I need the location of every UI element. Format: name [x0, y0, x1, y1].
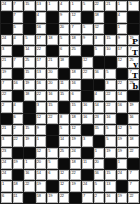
cell-number: 3 — [2, 46, 4, 51]
cell-r17c8[interactable]: 24 — [82, 181, 93, 191]
cell-number: 7 — [71, 24, 73, 29]
cell-r4c1[interactable]: 24 — [1, 35, 12, 45]
cell-r15c7[interactable]: 18 — [70, 159, 81, 169]
cell-r16c3[interactable]: 16 — [24, 170, 35, 180]
cell-number: 8 — [60, 114, 62, 119]
cell-number: 6 — [14, 114, 16, 119]
cell-r5c10[interactable]: 10 — [105, 46, 116, 56]
given-letter: T — [132, 70, 138, 79]
black-cell-r9c8 — [82, 91, 93, 101]
cell-r1c8[interactable]: 5 — [82, 1, 93, 11]
cell-r14c9[interactable]: 1 — [94, 148, 105, 158]
cell-r9c6[interactable]: 15 — [59, 91, 70, 101]
cell-number: 21 — [2, 125, 6, 130]
cell-r13c8[interactable]: 3 — [82, 136, 93, 146]
cell-number: 25 — [25, 57, 29, 62]
cell-r9c3[interactable]: 18 — [24, 91, 35, 101]
black-cell-r14c8 — [82, 148, 93, 158]
cell-number: 5 — [25, 35, 27, 40]
cell-r11c12[interactable]: 16 — [128, 114, 139, 124]
black-cell-r18c3 — [24, 193, 35, 203]
black-cell-r11c1 — [1, 114, 12, 124]
cell-r3c8[interactable]: 5 — [82, 24, 93, 34]
black-cell-r14c2 — [13, 148, 24, 158]
cell-r9c5[interactable]: 16 — [47, 91, 58, 101]
cell-r1c6[interactable]: 4 — [59, 1, 70, 11]
cell-r10c11[interactable]: 16 — [117, 102, 128, 112]
cell-r10c5[interactable]: 15 — [47, 102, 58, 112]
cell-number: 23 — [2, 148, 6, 153]
cell-number: 19 — [118, 148, 122, 153]
cell-number: 3 — [2, 136, 4, 141]
cell-number: 16 — [83, 102, 87, 107]
cell-r4c5[interactable]: 18 — [47, 35, 58, 45]
cell-r11c7[interactable]: 18 — [70, 114, 81, 124]
cell-number: 13 — [37, 1, 41, 6]
cell-r17c7[interactable]: 19 — [70, 181, 81, 191]
cell-r18c5[interactable]: 19 — [47, 193, 58, 203]
cell-number: 7 — [129, 181, 131, 186]
cell-r4c2[interactable]: 4 — [13, 35, 24, 45]
cell-number: 15 — [25, 125, 29, 130]
black-cell-r13c9 — [94, 136, 105, 146]
cell-r8c10[interactable]: 3 — [105, 80, 116, 90]
cell-r2c7[interactable]: 12 — [70, 12, 81, 22]
cell-number: 6 — [48, 170, 50, 175]
cell-number: 18 — [14, 181, 18, 186]
cell-number: 9 — [60, 12, 62, 17]
cell-r18c4[interactable]: 18 — [36, 193, 47, 203]
cell-r5c11[interactable]: 17 — [117, 46, 128, 56]
cell-r16c6[interactable]: 12 — [59, 170, 70, 180]
cell-r12c6[interactable]: 5 — [59, 125, 70, 135]
cell-r17c3[interactable]: 22 — [24, 181, 35, 191]
cell-number: 14 — [95, 102, 99, 107]
cell-r13c2[interactable]: 22 — [13, 136, 24, 146]
black-cell-r8c9 — [94, 80, 105, 90]
cell-number: 5 — [48, 148, 50, 153]
cell-number: 12 — [37, 148, 41, 153]
cell-number: 15 — [71, 102, 75, 107]
cell-number: 16 — [118, 102, 122, 107]
cell-number: 22 — [71, 170, 75, 175]
black-cell-r5c8 — [82, 46, 93, 56]
cell-r6c6[interactable]: 18 — [59, 57, 70, 67]
cell-r7c8[interactable]: 22 — [82, 69, 93, 79]
cell-r11c4[interactable]: 12 — [36, 114, 47, 124]
cell-r6c2[interactable]: 7 — [13, 57, 24, 67]
cell-r8c2[interactable]: 16 — [13, 80, 24, 90]
cell-r11c2[interactable]: 6 — [13, 114, 24, 124]
cell-number: 14 — [25, 46, 29, 51]
cell-r18c2[interactable]: 11 — [13, 193, 24, 203]
cell-number: 1 — [37, 136, 39, 141]
cell-r7c10[interactable]: 5 — [105, 69, 116, 79]
cell-r5c9[interactable]: 5 — [94, 46, 105, 56]
cell-number: 11 — [83, 159, 87, 164]
cell-r4c8[interactable]: 9 — [82, 35, 93, 45]
cell-r3c6[interactable]: 20 — [59, 24, 70, 34]
cell-r13c7[interactable]: 19 — [70, 136, 81, 146]
cell-r8c12[interactable]: 23b — [128, 80, 139, 90]
cell-r16c7[interactable]: 22 — [70, 170, 81, 180]
cell-number: 25 — [71, 46, 75, 51]
cell-r12c11[interactable]: 12 — [117, 125, 128, 135]
cell-r11c9[interactable]: 23 — [94, 114, 105, 124]
cell-r1c12[interactable]: 5 — [128, 1, 139, 11]
black-cell-r3c12 — [128, 24, 139, 34]
cell-number: 1 — [95, 148, 97, 153]
cell-number: 4 — [95, 91, 97, 96]
cell-number: 13 — [37, 69, 41, 74]
cell-r16c4[interactable]: 14 — [36, 170, 47, 180]
cell-number: 3 — [95, 35, 97, 40]
cell-number: 4 — [60, 1, 62, 6]
cell-r1c7[interactable]: 1 — [70, 1, 81, 11]
cell-r7c9[interactable]: 16 — [94, 69, 105, 79]
black-cell-r15c10 — [105, 159, 116, 169]
cell-number: 1 — [118, 159, 120, 164]
black-cell-r9c2 — [13, 91, 24, 101]
cell-r10c7[interactable]: 15 — [70, 102, 81, 112]
cell-r11c5[interactable]: 22 — [47, 114, 58, 124]
cell-r2c6[interactable]: 9 — [59, 12, 70, 22]
cell-r12c1[interactable]: 21 — [1, 125, 12, 135]
cell-r1c10[interactable]: 21 — [105, 1, 116, 11]
cell-r17c2[interactable]: 18 — [13, 181, 24, 191]
cell-r11c10[interactable]: 16 — [105, 114, 116, 124]
cell-number: 24 — [2, 35, 6, 40]
cell-number: 5 — [48, 159, 50, 164]
cell-number: 12 — [95, 24, 99, 29]
cell-r12c3[interactable]: 15 — [24, 125, 35, 135]
black-cell-r15c12 — [128, 159, 139, 169]
cell-number: 15 — [95, 125, 99, 130]
cell-r14c4[interactable]: 12 — [36, 148, 47, 158]
cell-r8c5[interactable]: 20 — [47, 80, 58, 90]
cell-r17c12[interactable]: 7 — [128, 181, 139, 191]
cell-r4c6[interactable]: 5 — [59, 35, 70, 45]
black-cell-r7c11 — [117, 69, 128, 79]
cell-r10c4[interactable]: 3 — [36, 102, 47, 112]
cell-number: 22 — [118, 80, 122, 85]
cell-number: 7 — [2, 80, 4, 85]
cell-number: 5 — [95, 46, 97, 51]
cell-number: 16 — [48, 91, 52, 96]
cell-r14c12[interactable]: 22 — [128, 148, 139, 158]
cell-number: 23 — [95, 114, 99, 119]
cell-r5c3[interactable]: 14 — [24, 46, 35, 56]
cell-number: 20 — [48, 80, 52, 85]
cell-r18c1[interactable]: 6 — [1, 193, 12, 203]
cell-r3c4[interactable]: 16 — [36, 24, 47, 34]
cell-number: 12 — [37, 114, 41, 119]
cell-r15c5[interactable]: 5 — [47, 159, 58, 169]
cell-r16c10[interactable]: 15 — [105, 170, 116, 180]
cell-r11c8[interactable]: 16 — [82, 114, 93, 124]
cell-r6c1[interactable]: 21 — [1, 57, 12, 67]
cell-r12c10[interactable]: 5 — [105, 125, 116, 135]
cell-r11c6[interactable]: 8 — [59, 114, 70, 124]
cell-r1c3[interactable]: 15 — [24, 1, 35, 11]
cell-number: 18 — [71, 35, 75, 40]
cell-r3c9[interactable]: 12 — [94, 24, 105, 34]
cell-number: 1 — [118, 1, 120, 6]
cell-r9c11[interactable]: 14 — [117, 91, 128, 101]
cell-r15c1[interactable]: 24 — [1, 159, 12, 169]
cell-r2c2[interactable]: 7 — [13, 12, 24, 22]
black-cell-r10c6 — [59, 102, 70, 112]
cell-r8c7[interactable]: 16 — [70, 80, 81, 90]
cell-number: 16 — [106, 114, 110, 119]
cell-r18c10[interactable]: 16 — [105, 193, 116, 203]
cell-number: 2 — [95, 193, 97, 198]
cell-number: 3 — [106, 80, 108, 85]
cell-r4c12[interactable]: 19P — [128, 35, 139, 45]
cell-number: 5 — [106, 136, 108, 141]
cell-r1c1[interactable]: 24 — [1, 1, 12, 11]
cell-r15c2[interactable]: 19 — [13, 159, 24, 169]
black-cell-r3c3 — [24, 24, 35, 34]
cell-r14c1[interactable]: 23 — [1, 148, 12, 158]
cell-r14c5[interactable]: 5 — [47, 148, 58, 158]
cell-r9c7[interactable]: 6 — [70, 91, 81, 101]
cell-r14c6[interactable]: 25 — [59, 148, 70, 158]
cell-number: 19 — [118, 193, 122, 198]
cell-number: 9 — [37, 125, 39, 130]
cell-number: 14 — [118, 91, 122, 96]
cell-r14c10[interactable]: 19 — [105, 148, 116, 158]
cell-r9c9[interactable]: 4 — [94, 91, 105, 101]
cell-r10c10[interactable]: 22 — [105, 102, 116, 112]
cell-number: 15 — [25, 69, 29, 74]
cell-r15c4[interactable]: 20 — [36, 159, 47, 169]
cell-r2c4[interactable]: 4 — [36, 12, 47, 22]
cell-r12c12[interactable]: 5 — [128, 125, 139, 135]
cell-r13c4[interactable]: 1 — [36, 136, 47, 146]
cell-number: 19 — [106, 148, 110, 153]
cell-number: 12 — [118, 125, 122, 130]
cell-r7c12[interactable]: 7T — [128, 69, 139, 79]
cell-r9c10[interactable]: 22 — [105, 91, 116, 101]
cell-r3c11[interactable]: 1 — [117, 24, 128, 34]
cell-r6c8[interactable]: 12 — [82, 57, 93, 67]
black-cell-r2c1 — [1, 12, 12, 22]
cell-r13c6[interactable]: 14 — [59, 136, 70, 146]
cell-r14c11[interactable]: 19 — [117, 148, 128, 158]
cell-number: 17 — [37, 35, 41, 40]
cell-number: 22 — [95, 1, 99, 6]
cell-number: 1 — [71, 1, 73, 6]
black-cell-r6c9 — [94, 57, 105, 67]
cell-r13c12[interactable]: 18 — [128, 136, 139, 146]
cell-number: 19 — [71, 181, 75, 186]
cell-r17c9[interactable]: 5 — [94, 181, 105, 191]
cell-r2c9[interactable]: 18 — [94, 12, 105, 22]
cell-number: 2 — [14, 125, 16, 130]
cell-r7c3[interactable]: 15 — [24, 69, 35, 79]
cell-r9c1[interactable]: 22 — [1, 91, 12, 101]
cell-number: 12 — [118, 57, 122, 62]
cell-r17c1[interactable]: 1 — [1, 181, 12, 191]
cell-r16c11[interactable]: 24 — [117, 170, 128, 180]
cell-r7c5[interactable]: 20 — [47, 69, 58, 79]
black-cell-r2c5 — [47, 12, 58, 22]
cell-number: 22 — [106, 102, 110, 107]
cell-r10c2[interactable]: 4 — [13, 102, 24, 112]
cell-r15c3[interactable]: 1 — [24, 159, 35, 169]
cell-r9c4[interactable]: 22 — [36, 91, 47, 101]
cell-r13c10[interactable]: 5 — [105, 136, 116, 146]
cell-number: 5 — [14, 24, 16, 29]
cell-r18c11[interactable]: 19 — [117, 193, 128, 203]
cell-r5c6[interactable]: 6 — [59, 46, 70, 56]
cell-r12c7[interactable]: 12 — [70, 125, 81, 135]
cell-number: 22 — [2, 91, 6, 96]
cell-r18c12[interactable]: 22 — [128, 193, 139, 203]
cell-r10c9[interactable]: 14 — [94, 102, 105, 112]
codeword-puzzle: 2471513141522211574912184516207512124451… — [0, 0, 140, 204]
given-letter: P — [132, 36, 138, 45]
black-cell-r14c3 — [24, 148, 35, 158]
cell-number: 5 — [106, 69, 108, 74]
cell-number: 24 — [2, 1, 6, 6]
cell-r17c4[interactable]: 19 — [36, 181, 47, 191]
cell-number: 16 — [71, 80, 75, 85]
cell-number: 7 — [14, 57, 16, 62]
cell-number: 20 — [95, 159, 99, 164]
cell-r13c11[interactable]: 19 — [117, 136, 128, 146]
cell-number: 3 — [37, 102, 39, 107]
cell-r5c7[interactable]: 25 — [70, 46, 81, 56]
cell-number: 24 — [2, 170, 6, 175]
cell-number: 22 — [60, 193, 64, 198]
cell-r1c4[interactable]: 13 — [36, 1, 47, 11]
cell-number: 2 — [2, 102, 4, 107]
cell-number: 5 — [106, 125, 108, 130]
cell-r8c3[interactable]: 19 — [24, 80, 35, 90]
black-cell-r2c12 — [128, 12, 139, 22]
cell-r7c1[interactable]: 19 — [1, 69, 12, 79]
cell-number: 16 — [14, 80, 18, 85]
cell-r4c3[interactable]: 5 — [24, 35, 35, 45]
given-letter: b — [132, 81, 138, 90]
cell-r16c9[interactable]: 16 — [94, 170, 105, 180]
cell-number: 22 — [37, 91, 41, 96]
cell-r12c2[interactable]: 2 — [13, 125, 24, 135]
cell-r15c9[interactable]: 20 — [94, 159, 105, 169]
cell-r13c1[interactable]: 3 — [1, 136, 12, 146]
cell-number: 7 — [129, 170, 131, 175]
cell-r10c1[interactable]: 2 — [1, 102, 12, 112]
cell-number: 24 — [83, 181, 87, 186]
cell-r10c8[interactable]: 16 — [82, 102, 93, 112]
cell-r17c6[interactable]: 12 — [59, 181, 70, 191]
cell-r5c12[interactable]: 7T — [128, 46, 139, 56]
cell-r6c3[interactable]: 25 — [24, 57, 35, 67]
cell-number: 4 — [14, 35, 16, 40]
cell-number: 21 — [106, 1, 110, 6]
cell-number: 12 — [60, 170, 64, 175]
cell-r12c4[interactable]: 9 — [36, 125, 47, 135]
cell-r18c6[interactable]: 22 — [59, 193, 70, 203]
black-cell-r16c2 — [13, 170, 24, 180]
cell-r1c2[interactable]: 7 — [13, 1, 24, 11]
cell-r6c4[interactable]: 17 — [36, 57, 47, 67]
cell-r1c11[interactable]: 1 — [117, 1, 128, 11]
cell-r2c11[interactable]: 4 — [117, 12, 128, 22]
cell-number: 11 — [14, 193, 18, 198]
cell-r4c9[interactable]: 3 — [94, 35, 105, 45]
cell-r17c10[interactable]: 13 — [105, 181, 116, 191]
cell-number: 14 — [60, 136, 64, 141]
cell-r7c4[interactable]: 13 — [36, 69, 47, 79]
cell-r15c8[interactable]: 11 — [82, 159, 93, 169]
cell-number: 19 — [25, 80, 29, 85]
cell-number: 16 — [95, 170, 99, 175]
cell-r14c7[interactable]: 24 — [70, 148, 81, 158]
black-cell-r11c3 — [24, 114, 35, 124]
cell-number: 3 — [83, 136, 85, 141]
cell-number: 1 — [25, 159, 27, 164]
cell-r18c8[interactable]: 7 — [82, 193, 93, 203]
cell-number: 18 — [71, 114, 75, 119]
cell-r12c9[interactable]: 15 — [94, 125, 105, 135]
cell-r15c11[interactable]: 1 — [117, 159, 128, 169]
cell-r8c4[interactable]: 16 — [36, 80, 47, 90]
black-cell-r2c3 — [24, 12, 35, 22]
cell-r6c5[interactable]: 21 — [47, 57, 58, 67]
cell-r4c10[interactable]: 15 — [105, 35, 116, 45]
given-letter: y — [133, 59, 138, 68]
cell-number: 19 — [118, 136, 122, 141]
cell-number: 15 — [48, 102, 52, 107]
cell-r6c11[interactable]: 12 — [117, 57, 128, 67]
cell-r3c2[interactable]: 5 — [13, 24, 24, 34]
cell-r3c7[interactable]: 7 — [70, 24, 81, 34]
cell-number: 7 — [14, 1, 16, 6]
cell-r4c11[interactable]: 9 — [117, 35, 128, 45]
cell-r1c9[interactable]: 22 — [94, 1, 105, 11]
cell-r1c5[interactable]: 1 — [47, 1, 58, 11]
cell-number: 22 — [129, 148, 133, 153]
cell-r16c12[interactable]: 7 — [128, 170, 139, 180]
cell-r7c7[interactable]: 18 — [70, 69, 81, 79]
cell-number: 9 — [83, 35, 85, 40]
cell-r4c4[interactable]: 17 — [36, 35, 47, 45]
cell-r4c7[interactable]: 18 — [70, 35, 81, 45]
cell-r13c3[interactable]: 19 — [24, 136, 35, 146]
cell-r10c12[interactable]: 19 — [128, 102, 139, 112]
cell-number: 12 — [83, 57, 87, 62]
cell-r5c1[interactable]: 3 — [1, 46, 12, 56]
cell-number: 11 — [60, 80, 64, 85]
cell-number: 18 — [129, 136, 133, 141]
cell-r16c5[interactable]: 6 — [47, 170, 58, 180]
cell-number: 12 — [71, 125, 75, 130]
cell-r16c1[interactable]: 24 — [1, 170, 12, 180]
black-cell-r12c8 — [82, 125, 93, 135]
cell-number: 18 — [37, 193, 41, 198]
black-cell-r3c5 — [47, 24, 58, 34]
cell-r5c4[interactable]: 22 — [36, 46, 47, 56]
cell-r6c12[interactable]: 25y — [128, 57, 139, 67]
cell-r8c1[interactable]: 7 — [1, 80, 12, 90]
cell-r18c9[interactable]: 2 — [94, 193, 105, 203]
cell-r8c11[interactable]: 22 — [117, 80, 128, 90]
cell-number: 1 — [2, 181, 4, 186]
cell-r8c6[interactable]: 11 — [59, 80, 70, 90]
